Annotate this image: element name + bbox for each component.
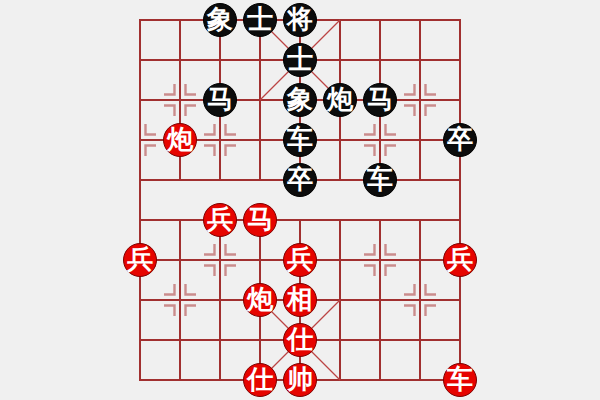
- piece-red-soldier[interactable]: 兵: [123, 243, 157, 277]
- piece-black-elephant[interactable]: 象: [203, 3, 237, 37]
- piece-red-cannon[interactable]: 炮: [243, 283, 277, 317]
- piece-red-chariot[interactable]: 车: [443, 363, 477, 397]
- piece-red-soldier[interactable]: 兵: [443, 243, 477, 277]
- piece-red-cannon[interactable]: 炮: [163, 123, 197, 157]
- piece-black-cannon[interactable]: 炮: [323, 83, 357, 117]
- piece-red-soldier[interactable]: 兵: [283, 243, 317, 277]
- piece-black-chariot[interactable]: 车: [363, 163, 397, 197]
- piece-black-horse[interactable]: 马: [203, 83, 237, 117]
- piece-red-soldier[interactable]: 兵: [203, 203, 237, 237]
- xiangqi-board: 象士将士马象炮马炮车卒卒车兵马兵兵兵炮相仕仕帅车: [0, 0, 600, 400]
- piece-black-general[interactable]: 将: [283, 3, 317, 37]
- piece-black-elephant[interactable]: 象: [283, 83, 317, 117]
- piece-red-general[interactable]: 帅: [283, 363, 317, 397]
- piece-black-horse[interactable]: 马: [363, 83, 397, 117]
- piece-black-soldier[interactable]: 卒: [283, 163, 317, 197]
- piece-red-advisor[interactable]: 仕: [283, 323, 317, 357]
- piece-red-elephant[interactable]: 相: [283, 283, 317, 317]
- piece-black-advisor[interactable]: 士: [243, 3, 277, 37]
- screenshot-root: 象士将士马象炮马炮车卒卒车兵马兵兵兵炮相仕仕帅车: [0, 0, 600, 400]
- piece-black-advisor[interactable]: 士: [283, 43, 317, 77]
- piece-black-soldier[interactable]: 卒: [443, 123, 477, 157]
- piece-red-advisor[interactable]: 仕: [243, 363, 277, 397]
- piece-black-chariot[interactable]: 车: [283, 123, 317, 157]
- piece-red-horse[interactable]: 马: [243, 203, 277, 237]
